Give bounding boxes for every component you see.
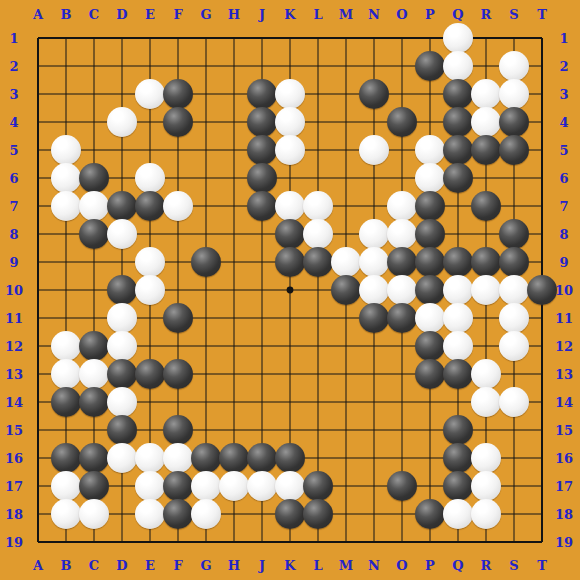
point-A8[interactable] <box>24 220 52 248</box>
point-Q9[interactable] <box>444 248 472 276</box>
point-G15[interactable] <box>192 416 220 444</box>
point-P3[interactable] <box>416 80 444 108</box>
point-G12[interactable] <box>192 332 220 360</box>
point-P10[interactable] <box>416 276 444 304</box>
point-B2[interactable] <box>52 52 80 80</box>
point-K13[interactable] <box>276 360 304 388</box>
point-L12[interactable] <box>304 332 332 360</box>
point-G3[interactable] <box>192 80 220 108</box>
point-L8[interactable] <box>304 220 332 248</box>
point-A16[interactable] <box>24 444 52 472</box>
point-F3[interactable] <box>164 80 192 108</box>
point-L17[interactable] <box>304 472 332 500</box>
point-B7[interactable] <box>52 192 80 220</box>
point-Q17[interactable] <box>444 472 472 500</box>
point-C8[interactable] <box>80 220 108 248</box>
point-C16[interactable] <box>80 444 108 472</box>
point-H3[interactable] <box>220 80 248 108</box>
point-L14[interactable] <box>304 388 332 416</box>
point-Q3[interactable] <box>444 80 472 108</box>
point-F2[interactable] <box>164 52 192 80</box>
point-R16[interactable] <box>472 444 500 472</box>
point-J5[interactable] <box>248 136 276 164</box>
point-T11[interactable] <box>528 304 556 332</box>
point-K10[interactable] <box>276 276 304 304</box>
point-O13[interactable] <box>388 360 416 388</box>
point-D11[interactable] <box>108 304 136 332</box>
point-K6[interactable] <box>276 164 304 192</box>
point-M15[interactable] <box>332 416 360 444</box>
point-M16[interactable] <box>332 444 360 472</box>
point-M10[interactable] <box>332 276 360 304</box>
point-L13[interactable] <box>304 360 332 388</box>
point-T13[interactable] <box>528 360 556 388</box>
point-P17[interactable] <box>416 472 444 500</box>
point-C7[interactable] <box>80 192 108 220</box>
point-J1[interactable] <box>248 24 276 52</box>
point-O4[interactable] <box>388 108 416 136</box>
point-R19[interactable] <box>472 528 500 556</box>
point-C19[interactable] <box>80 528 108 556</box>
point-S15[interactable] <box>500 416 528 444</box>
point-R4[interactable] <box>472 108 500 136</box>
point-E10[interactable] <box>136 276 164 304</box>
point-K4[interactable] <box>276 108 304 136</box>
point-J10[interactable] <box>248 276 276 304</box>
point-C15[interactable] <box>80 416 108 444</box>
point-Q6[interactable] <box>444 164 472 192</box>
point-Q5[interactable] <box>444 136 472 164</box>
point-A12[interactable] <box>24 332 52 360</box>
point-B12[interactable] <box>52 332 80 360</box>
point-R13[interactable] <box>472 360 500 388</box>
point-O3[interactable] <box>388 80 416 108</box>
point-O1[interactable] <box>388 24 416 52</box>
point-A10[interactable] <box>24 276 52 304</box>
point-H15[interactable] <box>220 416 248 444</box>
point-L2[interactable] <box>304 52 332 80</box>
point-P2[interactable] <box>416 52 444 80</box>
point-A19[interactable] <box>24 528 52 556</box>
point-M17[interactable] <box>332 472 360 500</box>
point-T16[interactable] <box>528 444 556 472</box>
point-P12[interactable] <box>416 332 444 360</box>
point-F8[interactable] <box>164 220 192 248</box>
point-C11[interactable] <box>80 304 108 332</box>
point-R2[interactable] <box>472 52 500 80</box>
point-L9[interactable] <box>304 248 332 276</box>
point-H7[interactable] <box>220 192 248 220</box>
point-S9[interactable] <box>500 248 528 276</box>
point-M9[interactable] <box>332 248 360 276</box>
point-P7[interactable] <box>416 192 444 220</box>
point-F18[interactable] <box>164 500 192 528</box>
point-O17[interactable] <box>388 472 416 500</box>
point-H2[interactable] <box>220 52 248 80</box>
point-O14[interactable] <box>388 388 416 416</box>
point-Q2[interactable] <box>444 52 472 80</box>
point-T9[interactable] <box>528 248 556 276</box>
point-A3[interactable] <box>24 80 52 108</box>
point-D19[interactable] <box>108 528 136 556</box>
point-H14[interactable] <box>220 388 248 416</box>
point-B9[interactable] <box>52 248 80 276</box>
point-E5[interactable] <box>136 136 164 164</box>
point-J3[interactable] <box>248 80 276 108</box>
point-K7[interactable] <box>276 192 304 220</box>
point-N2[interactable] <box>360 52 388 80</box>
point-D8[interactable] <box>108 220 136 248</box>
point-Q7[interactable] <box>444 192 472 220</box>
point-L6[interactable] <box>304 164 332 192</box>
point-N7[interactable] <box>360 192 388 220</box>
point-J11[interactable] <box>248 304 276 332</box>
point-M8[interactable] <box>332 220 360 248</box>
point-N19[interactable] <box>360 528 388 556</box>
point-P6[interactable] <box>416 164 444 192</box>
point-B19[interactable] <box>52 528 80 556</box>
point-T19[interactable] <box>528 528 556 556</box>
point-C18[interactable] <box>80 500 108 528</box>
point-H16[interactable] <box>220 444 248 472</box>
point-O10[interactable] <box>388 276 416 304</box>
point-Q14[interactable] <box>444 388 472 416</box>
point-C3[interactable] <box>80 80 108 108</box>
point-H17[interactable] <box>220 472 248 500</box>
point-M14[interactable] <box>332 388 360 416</box>
point-B3[interactable] <box>52 80 80 108</box>
point-H9[interactable] <box>220 248 248 276</box>
point-D16[interactable] <box>108 444 136 472</box>
point-B16[interactable] <box>52 444 80 472</box>
point-A14[interactable] <box>24 388 52 416</box>
point-K8[interactable] <box>276 220 304 248</box>
point-F5[interactable] <box>164 136 192 164</box>
point-S4[interactable] <box>500 108 528 136</box>
point-C5[interactable] <box>80 136 108 164</box>
point-E16[interactable] <box>136 444 164 472</box>
point-T18[interactable] <box>528 500 556 528</box>
point-M19[interactable] <box>332 528 360 556</box>
point-B4[interactable] <box>52 108 80 136</box>
point-K14[interactable] <box>276 388 304 416</box>
point-K11[interactable] <box>276 304 304 332</box>
point-P13[interactable] <box>416 360 444 388</box>
point-D10[interactable] <box>108 276 136 304</box>
point-L15[interactable] <box>304 416 332 444</box>
point-D15[interactable] <box>108 416 136 444</box>
point-K17[interactable] <box>276 472 304 500</box>
point-F13[interactable] <box>164 360 192 388</box>
point-B6[interactable] <box>52 164 80 192</box>
point-Q13[interactable] <box>444 360 472 388</box>
point-P8[interactable] <box>416 220 444 248</box>
point-A1[interactable] <box>24 24 52 52</box>
point-H5[interactable] <box>220 136 248 164</box>
point-N1[interactable] <box>360 24 388 52</box>
point-S12[interactable] <box>500 332 528 360</box>
point-A9[interactable] <box>24 248 52 276</box>
point-Q8[interactable] <box>444 220 472 248</box>
point-J6[interactable] <box>248 164 276 192</box>
point-Q10[interactable] <box>444 276 472 304</box>
point-O15[interactable] <box>388 416 416 444</box>
point-K2[interactable] <box>276 52 304 80</box>
point-R6[interactable] <box>472 164 500 192</box>
point-S16[interactable] <box>500 444 528 472</box>
point-G9[interactable] <box>192 248 220 276</box>
point-R9[interactable] <box>472 248 500 276</box>
point-E4[interactable] <box>136 108 164 136</box>
point-D17[interactable] <box>108 472 136 500</box>
point-Q12[interactable] <box>444 332 472 360</box>
point-D9[interactable] <box>108 248 136 276</box>
point-R11[interactable] <box>472 304 500 332</box>
point-O7[interactable] <box>388 192 416 220</box>
point-M6[interactable] <box>332 164 360 192</box>
point-N18[interactable] <box>360 500 388 528</box>
point-H13[interactable] <box>220 360 248 388</box>
point-E15[interactable] <box>136 416 164 444</box>
point-B11[interactable] <box>52 304 80 332</box>
point-L7[interactable] <box>304 192 332 220</box>
point-G18[interactable] <box>192 500 220 528</box>
point-B18[interactable] <box>52 500 80 528</box>
point-S8[interactable] <box>500 220 528 248</box>
point-M18[interactable] <box>332 500 360 528</box>
point-A6[interactable] <box>24 164 52 192</box>
point-G4[interactable] <box>192 108 220 136</box>
point-T5[interactable] <box>528 136 556 164</box>
point-Q4[interactable] <box>444 108 472 136</box>
point-L18[interactable] <box>304 500 332 528</box>
point-J2[interactable] <box>248 52 276 80</box>
point-J8[interactable] <box>248 220 276 248</box>
point-M13[interactable] <box>332 360 360 388</box>
point-F4[interactable] <box>164 108 192 136</box>
point-N10[interactable] <box>360 276 388 304</box>
point-Q11[interactable] <box>444 304 472 332</box>
point-J4[interactable] <box>248 108 276 136</box>
point-S14[interactable] <box>500 388 528 416</box>
point-F14[interactable] <box>164 388 192 416</box>
point-H1[interactable] <box>220 24 248 52</box>
point-J12[interactable] <box>248 332 276 360</box>
point-D7[interactable] <box>108 192 136 220</box>
point-N13[interactable] <box>360 360 388 388</box>
point-N11[interactable] <box>360 304 388 332</box>
point-R5[interactable] <box>472 136 500 164</box>
point-C2[interactable] <box>80 52 108 80</box>
point-J9[interactable] <box>248 248 276 276</box>
point-G1[interactable] <box>192 24 220 52</box>
point-E7[interactable] <box>136 192 164 220</box>
point-P19[interactable] <box>416 528 444 556</box>
point-F10[interactable] <box>164 276 192 304</box>
point-T6[interactable] <box>528 164 556 192</box>
point-L11[interactable] <box>304 304 332 332</box>
point-E6[interactable] <box>136 164 164 192</box>
point-P15[interactable] <box>416 416 444 444</box>
point-N6[interactable] <box>360 164 388 192</box>
point-B13[interactable] <box>52 360 80 388</box>
point-T15[interactable] <box>528 416 556 444</box>
point-M11[interactable] <box>332 304 360 332</box>
point-T4[interactable] <box>528 108 556 136</box>
point-E13[interactable] <box>136 360 164 388</box>
point-N17[interactable] <box>360 472 388 500</box>
point-G11[interactable] <box>192 304 220 332</box>
point-H4[interactable] <box>220 108 248 136</box>
point-L16[interactable] <box>304 444 332 472</box>
point-N9[interactable] <box>360 248 388 276</box>
point-G8[interactable] <box>192 220 220 248</box>
point-M7[interactable] <box>332 192 360 220</box>
point-O6[interactable] <box>388 164 416 192</box>
point-G16[interactable] <box>192 444 220 472</box>
point-J18[interactable] <box>248 500 276 528</box>
point-N14[interactable] <box>360 388 388 416</box>
point-F6[interactable] <box>164 164 192 192</box>
point-P9[interactable] <box>416 248 444 276</box>
point-T2[interactable] <box>528 52 556 80</box>
point-F15[interactable] <box>164 416 192 444</box>
point-Q15[interactable] <box>444 416 472 444</box>
point-Q18[interactable] <box>444 500 472 528</box>
point-J15[interactable] <box>248 416 276 444</box>
point-A15[interactable] <box>24 416 52 444</box>
point-Q1[interactable] <box>444 24 472 52</box>
point-E11[interactable] <box>136 304 164 332</box>
point-E17[interactable] <box>136 472 164 500</box>
point-D18[interactable] <box>108 500 136 528</box>
point-J17[interactable] <box>248 472 276 500</box>
point-E9[interactable] <box>136 248 164 276</box>
point-M1[interactable] <box>332 24 360 52</box>
point-R12[interactable] <box>472 332 500 360</box>
point-M3[interactable] <box>332 80 360 108</box>
point-L1[interactable] <box>304 24 332 52</box>
point-S13[interactable] <box>500 360 528 388</box>
point-F1[interactable] <box>164 24 192 52</box>
point-G5[interactable] <box>192 136 220 164</box>
point-N16[interactable] <box>360 444 388 472</box>
point-T14[interactable] <box>528 388 556 416</box>
point-K1[interactable] <box>276 24 304 52</box>
point-G10[interactable] <box>192 276 220 304</box>
point-A2[interactable] <box>24 52 52 80</box>
point-O16[interactable] <box>388 444 416 472</box>
point-B1[interactable] <box>52 24 80 52</box>
point-R10[interactable] <box>472 276 500 304</box>
point-R1[interactable] <box>472 24 500 52</box>
point-B14[interactable] <box>52 388 80 416</box>
point-H19[interactable] <box>220 528 248 556</box>
point-G13[interactable] <box>192 360 220 388</box>
point-K3[interactable] <box>276 80 304 108</box>
point-K12[interactable] <box>276 332 304 360</box>
point-G14[interactable] <box>192 388 220 416</box>
point-O18[interactable] <box>388 500 416 528</box>
point-D5[interactable] <box>108 136 136 164</box>
point-E18[interactable] <box>136 500 164 528</box>
point-G17[interactable] <box>192 472 220 500</box>
point-M2[interactable] <box>332 52 360 80</box>
point-O2[interactable] <box>388 52 416 80</box>
point-O5[interactable] <box>388 136 416 164</box>
point-E3[interactable] <box>136 80 164 108</box>
point-R15[interactable] <box>472 416 500 444</box>
point-M12[interactable] <box>332 332 360 360</box>
point-J19[interactable] <box>248 528 276 556</box>
point-S10[interactable] <box>500 276 528 304</box>
point-G19[interactable] <box>192 528 220 556</box>
point-C1[interactable] <box>80 24 108 52</box>
point-N15[interactable] <box>360 416 388 444</box>
point-C6[interactable] <box>80 164 108 192</box>
point-R18[interactable] <box>472 500 500 528</box>
point-Q16[interactable] <box>444 444 472 472</box>
point-E2[interactable] <box>136 52 164 80</box>
point-D6[interactable] <box>108 164 136 192</box>
point-L3[interactable] <box>304 80 332 108</box>
point-R14[interactable] <box>472 388 500 416</box>
point-J16[interactable] <box>248 444 276 472</box>
point-C4[interactable] <box>80 108 108 136</box>
point-L19[interactable] <box>304 528 332 556</box>
point-N4[interactable] <box>360 108 388 136</box>
point-D4[interactable] <box>108 108 136 136</box>
point-H10[interactable] <box>220 276 248 304</box>
point-T3[interactable] <box>528 80 556 108</box>
point-S7[interactable] <box>500 192 528 220</box>
point-A11[interactable] <box>24 304 52 332</box>
point-H12[interactable] <box>220 332 248 360</box>
point-L4[interactable] <box>304 108 332 136</box>
point-K19[interactable] <box>276 528 304 556</box>
point-N5[interactable] <box>360 136 388 164</box>
point-C12[interactable] <box>80 332 108 360</box>
point-K18[interactable] <box>276 500 304 528</box>
point-P14[interactable] <box>416 388 444 416</box>
point-O9[interactable] <box>388 248 416 276</box>
point-T17[interactable] <box>528 472 556 500</box>
point-F16[interactable] <box>164 444 192 472</box>
point-K5[interactable] <box>276 136 304 164</box>
point-F11[interactable] <box>164 304 192 332</box>
point-T12[interactable] <box>528 332 556 360</box>
point-P4[interactable] <box>416 108 444 136</box>
point-H6[interactable] <box>220 164 248 192</box>
point-A13[interactable] <box>24 360 52 388</box>
point-E14[interactable] <box>136 388 164 416</box>
point-T10[interactable] <box>528 276 556 304</box>
point-O8[interactable] <box>388 220 416 248</box>
point-R8[interactable] <box>472 220 500 248</box>
point-T8[interactable] <box>528 220 556 248</box>
point-T1[interactable] <box>528 24 556 52</box>
point-M4[interactable] <box>332 108 360 136</box>
point-C13[interactable] <box>80 360 108 388</box>
point-G6[interactable] <box>192 164 220 192</box>
point-S18[interactable] <box>500 500 528 528</box>
point-O19[interactable] <box>388 528 416 556</box>
point-F7[interactable] <box>164 192 192 220</box>
point-N8[interactable] <box>360 220 388 248</box>
point-C14[interactable] <box>80 388 108 416</box>
point-G2[interactable] <box>192 52 220 80</box>
point-D2[interactable] <box>108 52 136 80</box>
